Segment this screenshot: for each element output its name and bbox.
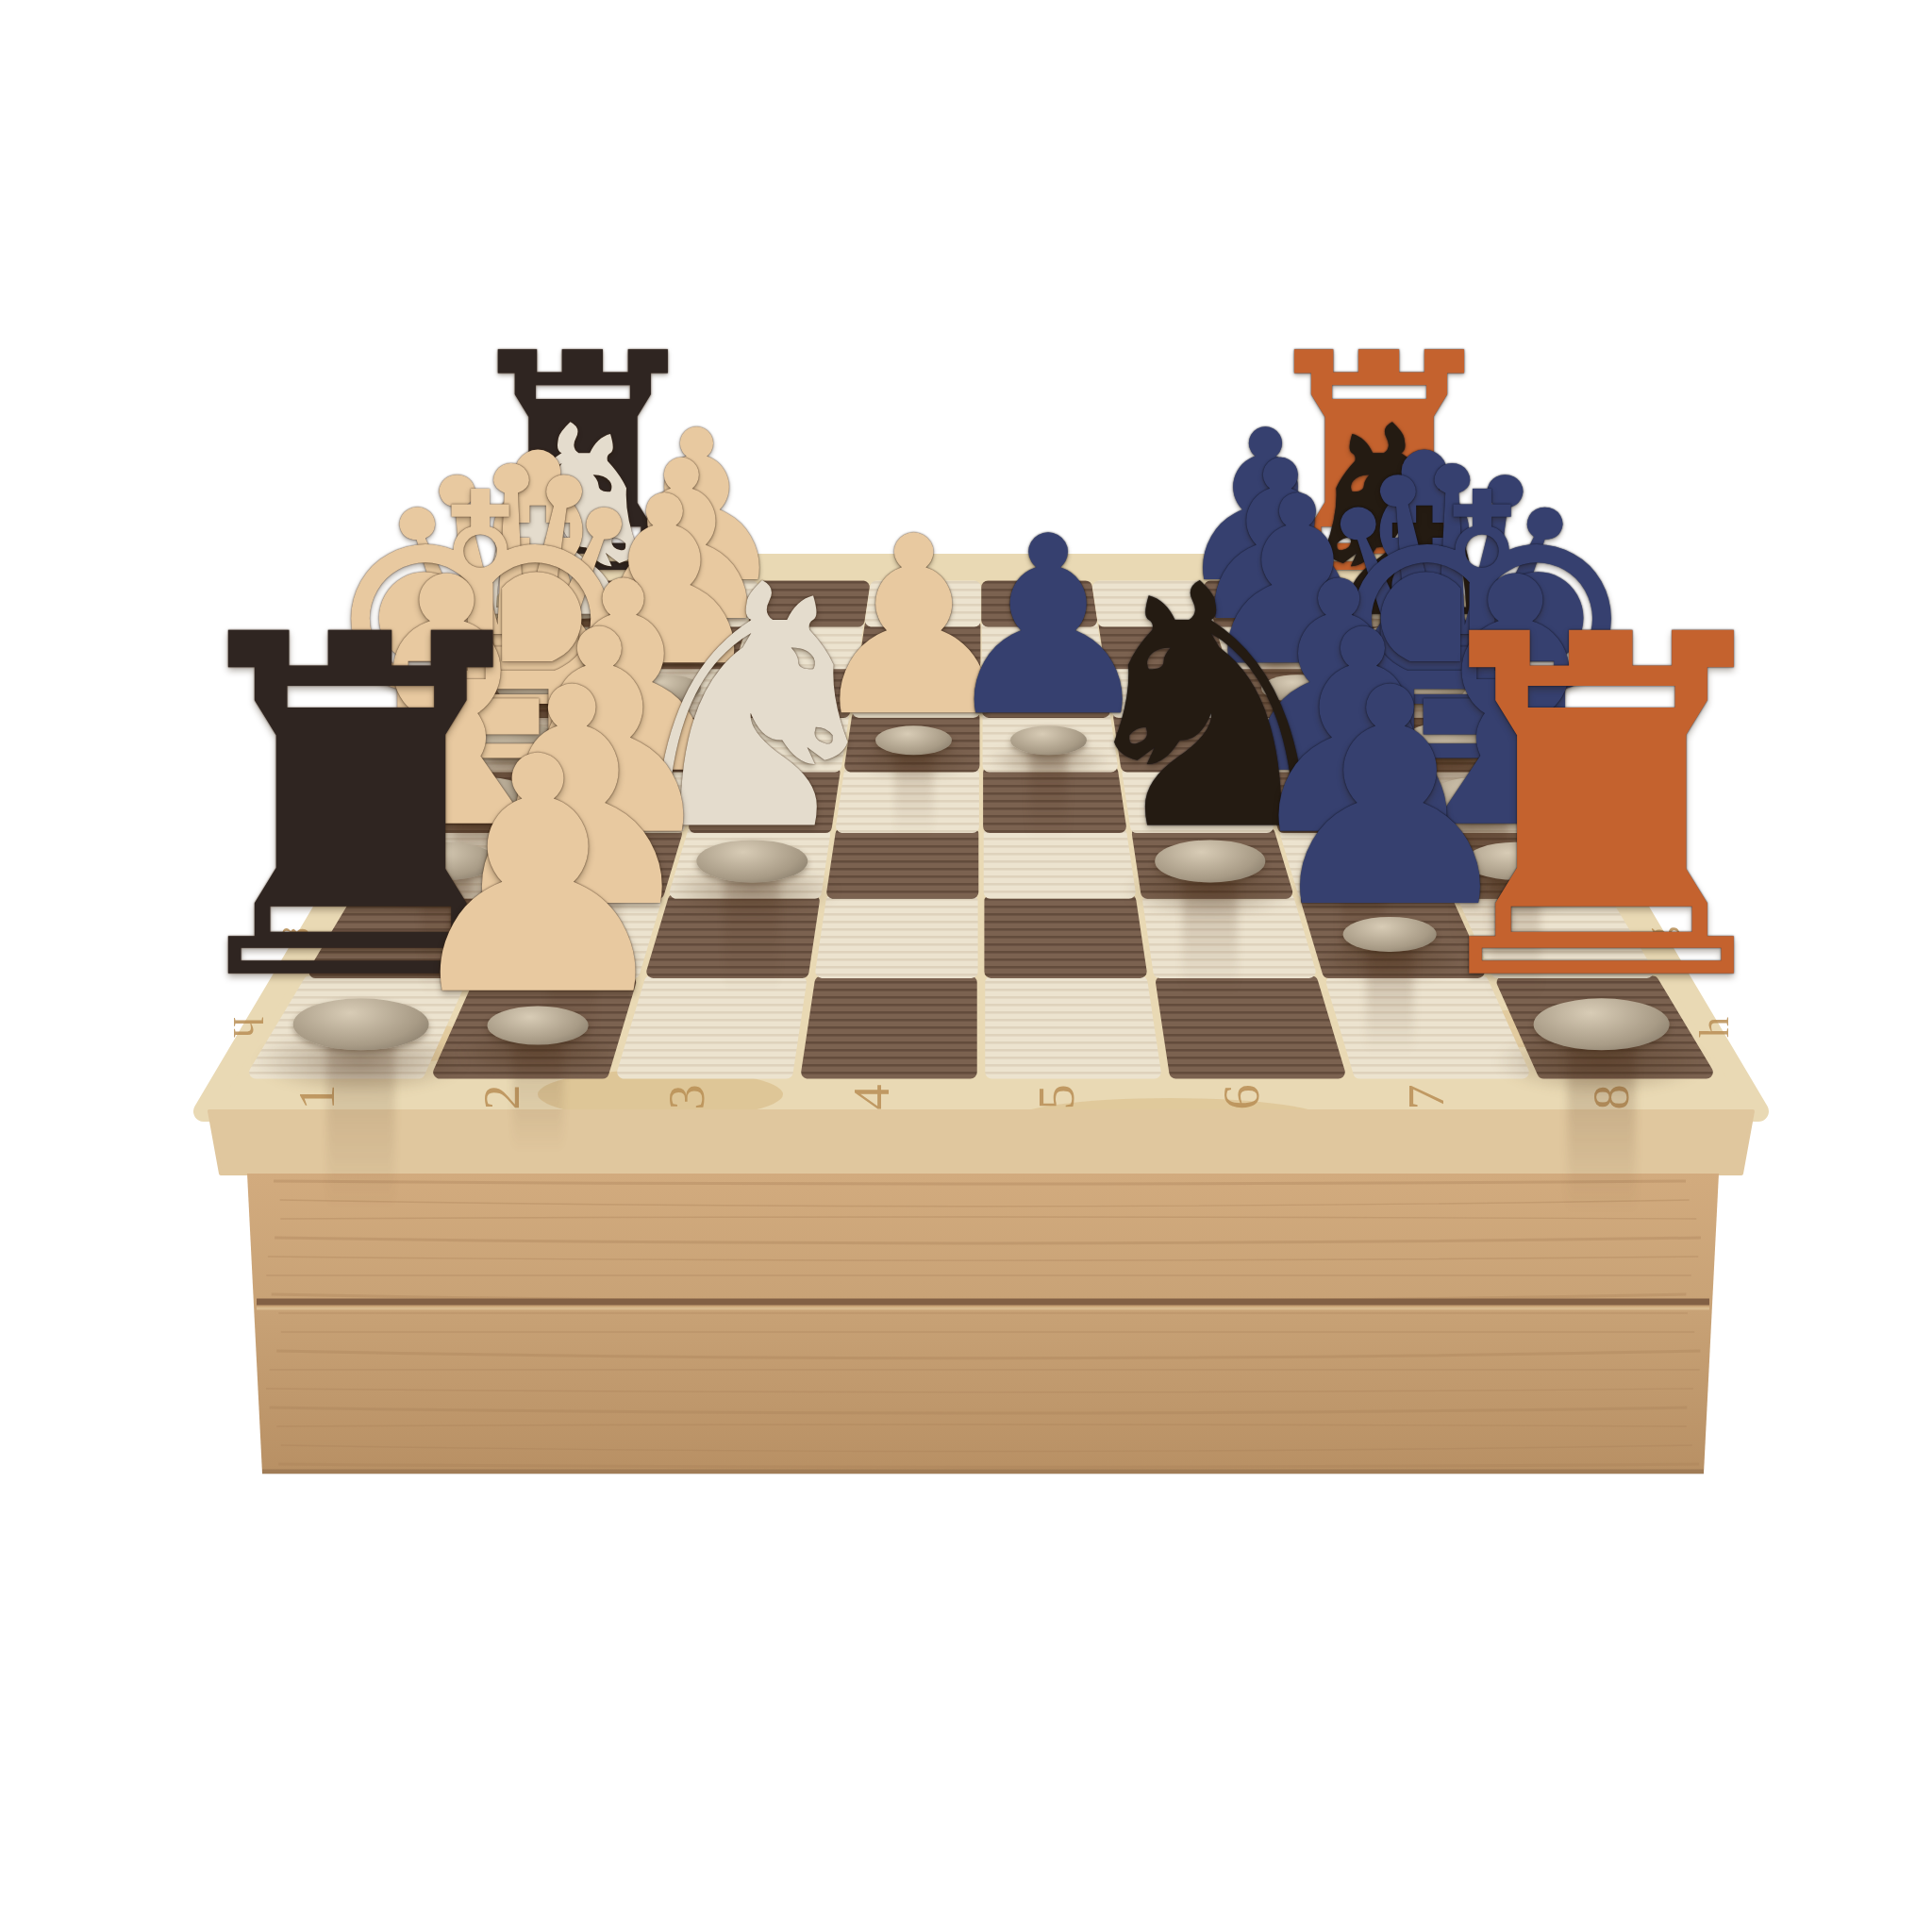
piece-white-pawn-h2[interactable]: ♟ xyxy=(392,728,684,1028)
square-h6 xyxy=(1162,982,1339,1072)
rank-label-3: 3 xyxy=(658,1085,715,1110)
square-g5 xyxy=(991,901,1140,972)
piece-black-rook-h8[interactable]: ♜ xyxy=(1391,594,1812,1027)
square-h4 xyxy=(808,982,970,1072)
square-h5 xyxy=(991,982,1154,1072)
board-slab-edge xyxy=(209,1111,1753,1174)
rank-label-7: 7 xyxy=(1398,1085,1455,1110)
rank-label-5: 5 xyxy=(1028,1085,1085,1110)
rank-label-4: 4 xyxy=(843,1085,900,1110)
white-pawn-glyph: ♟ xyxy=(392,728,684,1028)
product-photo: 12345678aabbccddeeffgghh ♜♟♜♟♞♟♞♟♝♟♝♟♛♟♛… xyxy=(0,0,1932,1932)
square-g4 xyxy=(822,901,971,972)
black-rook-glyph: ♜ xyxy=(1391,594,1812,1027)
rank-label-6: 6 xyxy=(1213,1085,1270,1110)
